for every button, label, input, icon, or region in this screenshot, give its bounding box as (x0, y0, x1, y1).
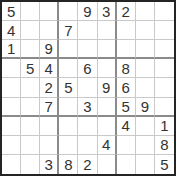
cell-r1c4[interactable] (59, 2, 78, 21)
given-digit: 9 (45, 41, 53, 56)
cell-r9c3[interactable]: 3 (40, 155, 59, 174)
cell-r1c9[interactable] (155, 2, 174, 21)
cell-r4c9[interactable] (155, 59, 174, 78)
cell-r4c4[interactable] (59, 59, 78, 78)
cell-r8c1[interactable] (2, 136, 21, 155)
sudoku-board: 5932471954682596735941483825 (0, 0, 176, 176)
given-digit: 1 (7, 41, 15, 56)
cell-r7c2[interactable] (21, 117, 40, 136)
given-digit: 4 (122, 118, 130, 133)
cell-r2c8[interactable] (136, 21, 155, 40)
given-digit: 8 (64, 157, 72, 172)
given-digit: 6 (122, 80, 130, 95)
cell-r4c1[interactable] (2, 59, 21, 78)
cell-r2c7[interactable] (117, 21, 136, 40)
cell-r4c3[interactable]: 4 (40, 59, 59, 78)
given-digit: 6 (83, 61, 91, 76)
cell-r9c5[interactable]: 2 (78, 155, 97, 174)
given-digit: 9 (83, 4, 91, 19)
cell-r2c2[interactable] (21, 21, 40, 40)
cell-r2c6[interactable] (98, 21, 117, 40)
cell-r5c1[interactable] (2, 78, 21, 97)
given-digit: 3 (83, 99, 91, 114)
cell-r6c8[interactable]: 9 (136, 98, 155, 117)
cell-r7c8[interactable] (136, 117, 155, 136)
cell-r4c5[interactable]: 6 (78, 59, 97, 78)
cell-r5c7[interactable]: 6 (117, 78, 136, 97)
cell-r7c1[interactable] (2, 117, 21, 136)
cell-r9c2[interactable] (21, 155, 40, 174)
given-digit: 2 (122, 4, 130, 19)
given-digit: 7 (45, 99, 53, 114)
cell-r5c2[interactable] (21, 78, 40, 97)
cell-r9c1[interactable] (2, 155, 21, 174)
cell-r8c9[interactable]: 8 (155, 136, 174, 155)
cell-r8c8[interactable] (136, 136, 155, 155)
cell-r8c5[interactable] (78, 136, 97, 155)
given-digit: 3 (45, 157, 53, 172)
given-digit: 4 (102, 137, 110, 152)
cell-r1c2[interactable] (21, 2, 40, 21)
cell-r2c1[interactable]: 4 (2, 21, 21, 40)
cell-r3c7[interactable] (117, 40, 136, 59)
cell-r1c8[interactable] (136, 2, 155, 21)
cell-r2c5[interactable] (78, 21, 97, 40)
cell-r4c2[interactable]: 5 (21, 59, 40, 78)
cell-r1c3[interactable] (40, 2, 59, 21)
given-digit: 9 (141, 99, 149, 114)
cell-r7c9[interactable]: 1 (155, 117, 174, 136)
cell-r6c3[interactable]: 7 (40, 98, 59, 117)
cell-r6c1[interactable] (2, 98, 21, 117)
cell-r3c9[interactable] (155, 40, 174, 59)
cell-r1c7[interactable]: 2 (117, 2, 136, 21)
cell-r3c2[interactable] (21, 40, 40, 59)
cell-r8c6[interactable]: 4 (98, 136, 117, 155)
cell-r2c3[interactable] (40, 21, 59, 40)
cell-r3c5[interactable] (78, 40, 97, 59)
given-digit: 1 (160, 118, 168, 133)
cell-r9c4[interactable]: 8 (59, 155, 78, 174)
given-digit: 2 (45, 80, 53, 95)
cell-r1c1[interactable]: 5 (2, 2, 21, 21)
given-digit: 9 (102, 80, 110, 95)
cell-r2c4[interactable]: 7 (59, 21, 78, 40)
given-digit: 4 (45, 61, 53, 76)
cell-r2c9[interactable] (155, 21, 174, 40)
cell-r6c5[interactable]: 3 (78, 98, 97, 117)
cell-r3c1[interactable]: 1 (2, 40, 21, 59)
cell-r9c9[interactable]: 5 (155, 155, 174, 174)
cell-r6c4[interactable] (59, 98, 78, 117)
cell-r8c3[interactable] (40, 136, 59, 155)
cell-r3c3[interactable]: 9 (40, 40, 59, 59)
cell-r9c7[interactable] (117, 155, 136, 174)
cell-r9c6[interactable] (98, 155, 117, 174)
cell-r4c6[interactable] (98, 59, 117, 78)
cell-r7c5[interactable] (78, 117, 97, 136)
cell-r7c6[interactable] (98, 117, 117, 136)
given-digit: 5 (26, 61, 34, 76)
given-digit: 5 (160, 157, 168, 172)
given-digit: 5 (7, 4, 15, 19)
cell-r5c3[interactable]: 2 (40, 78, 59, 97)
cell-r3c4[interactable] (59, 40, 78, 59)
cell-r4c8[interactable] (136, 59, 155, 78)
cell-r3c8[interactable] (136, 40, 155, 59)
cell-r6c7[interactable]: 5 (117, 98, 136, 117)
cell-r8c2[interactable] (21, 136, 40, 155)
cell-r5c6[interactable]: 9 (98, 78, 117, 97)
cell-r5c9[interactable] (155, 78, 174, 97)
cell-r7c3[interactable] (40, 117, 59, 136)
cell-r6c9[interactable] (155, 98, 174, 117)
cell-r6c2[interactable] (21, 98, 40, 117)
given-digit: 5 (122, 99, 130, 114)
cell-r5c8[interactable] (136, 78, 155, 97)
cell-r9c8[interactable] (136, 155, 155, 174)
given-digit: 7 (64, 23, 72, 38)
given-digit: 4 (7, 23, 15, 38)
cell-r5c4[interactable]: 5 (59, 78, 78, 97)
given-digit: 3 (102, 4, 110, 19)
cell-r1c5[interactable]: 9 (78, 2, 97, 21)
cell-r6c6[interactable] (98, 98, 117, 117)
given-digit: 8 (122, 61, 130, 76)
cell-r7c7[interactable]: 4 (117, 117, 136, 136)
cell-r4c7[interactable]: 8 (117, 59, 136, 78)
given-digit: 5 (64, 80, 72, 95)
cell-r1c6[interactable]: 3 (98, 2, 117, 21)
cell-r8c4[interactable] (59, 136, 78, 155)
given-digit: 2 (83, 157, 91, 172)
cell-r7c4[interactable] (59, 117, 78, 136)
cell-r8c7[interactable] (117, 136, 136, 155)
given-digit: 8 (160, 137, 168, 152)
cell-r5c5[interactable] (78, 78, 97, 97)
cell-r3c6[interactable] (98, 40, 117, 59)
